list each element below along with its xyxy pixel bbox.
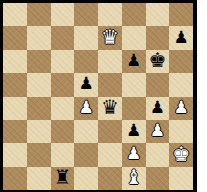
square-b1[interactable] [27, 167, 51, 190]
white-bishop-f1[interactable]: ♝ [125, 167, 143, 187]
square-d2[interactable] [74, 143, 98, 166]
black-pawn-h7[interactable]: ♟ [174, 29, 189, 46]
square-b3[interactable] [27, 120, 51, 143]
white-pawn-h4[interactable]: ♟ [174, 99, 189, 116]
black-rook-c1[interactable]: ♜ [53, 167, 71, 187]
square-c3[interactable] [51, 120, 75, 143]
square-h6[interactable] [169, 50, 193, 73]
square-e7[interactable]: ♛ [98, 26, 122, 49]
white-queen-e7[interactable]: ♛ [101, 27, 119, 47]
square-a7[interactable] [3, 26, 27, 49]
square-f3[interactable]: ♟ [122, 120, 146, 143]
black-pawn-d5[interactable]: ♟ [79, 75, 94, 92]
square-h5[interactable] [169, 73, 193, 96]
square-g1[interactable] [146, 167, 170, 190]
square-d1[interactable] [74, 167, 98, 190]
black-pawn-f6[interactable]: ♟ [126, 52, 141, 69]
square-f4[interactable] [122, 97, 146, 120]
square-a1[interactable] [3, 167, 27, 190]
square-g4[interactable]: ♟ [146, 97, 170, 120]
square-b5[interactable] [27, 73, 51, 96]
square-e6[interactable] [98, 50, 122, 73]
square-h7[interactable]: ♟ [169, 26, 193, 49]
square-e8[interactable] [98, 3, 122, 26]
square-c4[interactable] [51, 97, 75, 120]
square-f6[interactable]: ♟ [122, 50, 146, 73]
square-b4[interactable] [27, 97, 51, 120]
square-g2[interactable] [146, 143, 170, 166]
square-g8[interactable] [146, 3, 170, 26]
square-c5[interactable] [51, 73, 75, 96]
square-c1[interactable]: ♜ [51, 167, 75, 190]
square-g6[interactable]: ♚ [146, 50, 170, 73]
square-b2[interactable] [27, 143, 51, 166]
square-a5[interactable] [3, 73, 27, 96]
square-f7[interactable] [122, 26, 146, 49]
square-c2[interactable] [51, 143, 75, 166]
square-d3[interactable] [74, 120, 98, 143]
square-h1[interactable] [169, 167, 193, 190]
black-king-g6[interactable]: ♚ [148, 50, 166, 70]
square-g5[interactable] [146, 73, 170, 96]
white-pawn-d4[interactable]: ♟ [79, 99, 94, 116]
square-e1[interactable] [98, 167, 122, 190]
chess-diagram-screenshot: ♛♟♟♚♟♟♛♟♟♟♟♟♚♜♝ [0, 0, 207, 192]
black-queen-e4[interactable]: ♛ [101, 97, 119, 117]
white-king-h2[interactable]: ♚ [172, 144, 190, 164]
square-b6[interactable] [27, 50, 51, 73]
square-h3[interactable] [169, 120, 193, 143]
square-g7[interactable] [146, 26, 170, 49]
white-pawn-g3[interactable]: ♟ [150, 122, 165, 139]
square-a4[interactable] [3, 97, 27, 120]
square-d8[interactable] [74, 3, 98, 26]
square-d5[interactable]: ♟ [74, 73, 98, 96]
square-g3[interactable]: ♟ [146, 120, 170, 143]
square-f2[interactable]: ♟ [122, 143, 146, 166]
square-a3[interactable] [3, 120, 27, 143]
square-h4[interactable]: ♟ [169, 97, 193, 120]
square-a8[interactable] [3, 3, 27, 26]
square-h8[interactable] [169, 3, 193, 26]
square-d6[interactable] [74, 50, 98, 73]
square-b8[interactable] [27, 3, 51, 26]
square-a6[interactable] [3, 50, 27, 73]
square-c7[interactable] [51, 26, 75, 49]
square-c6[interactable] [51, 50, 75, 73]
square-f8[interactable] [122, 3, 146, 26]
square-c8[interactable] [51, 3, 75, 26]
square-d7[interactable] [74, 26, 98, 49]
black-pawn-g4[interactable]: ♟ [150, 99, 165, 116]
chess-board: ♛♟♟♚♟♟♛♟♟♟♟♟♚♜♝ [0, 0, 197, 192]
square-e5[interactable] [98, 73, 122, 96]
square-e2[interactable] [98, 143, 122, 166]
square-f1[interactable]: ♝ [122, 167, 146, 190]
black-pawn-f3[interactable]: ♟ [126, 122, 141, 139]
square-a2[interactable] [3, 143, 27, 166]
square-e3[interactable] [98, 120, 122, 143]
square-f5[interactable] [122, 73, 146, 96]
square-b7[interactable] [27, 26, 51, 49]
white-pawn-f2[interactable]: ♟ [126, 145, 141, 162]
square-e4[interactable]: ♛ [98, 97, 122, 120]
square-d4[interactable]: ♟ [74, 97, 98, 120]
square-h2[interactable]: ♚ [169, 143, 193, 166]
